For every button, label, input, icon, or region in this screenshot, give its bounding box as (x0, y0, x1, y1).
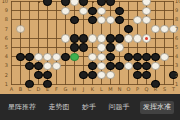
white-stone (160, 53, 168, 61)
board-cell-L3 (97, 61, 106, 70)
board-cell-H5 (70, 43, 79, 52)
white-stone (70, 0, 78, 6)
col-label-Q: Q (142, 87, 151, 92)
row-label-right-8: 8 (175, 17, 180, 22)
col-label-H: H (70, 87, 79, 92)
col-label-F: F (52, 87, 61, 92)
black-stone (79, 0, 87, 6)
board-cell-R4 (151, 52, 160, 61)
board-cell-M8 (106, 15, 115, 24)
board-cell-P2 (133, 71, 142, 80)
black-stone (106, 0, 114, 6)
board-cell-M3 (106, 61, 115, 70)
black-stone (106, 53, 114, 61)
board-cell-J9 (79, 6, 88, 15)
white-stone (115, 43, 123, 51)
white-stone (61, 34, 69, 42)
board-cell-L6 (97, 34, 106, 43)
col-label-J: J (79, 87, 88, 92)
board-cell-C3 (25, 61, 34, 70)
board-cell-L8 (97, 15, 106, 24)
black-stone (115, 7, 123, 15)
board-cell-P4 (133, 52, 142, 61)
white-stone (43, 62, 51, 70)
white-stone (61, 7, 69, 15)
board-cell-K4 (88, 52, 97, 61)
black-stone (79, 71, 87, 79)
white-stone (34, 53, 42, 61)
toolbar-button-5[interactable]: 发挥水准 (140, 101, 174, 114)
black-stone (25, 53, 33, 61)
black-stone (133, 62, 141, 70)
board-cell-L2 (97, 71, 106, 80)
board-cell-C4 (25, 52, 34, 61)
row-label-left-2: 2 (1, 73, 8, 78)
white-stone (97, 53, 105, 61)
black-stone (88, 16, 96, 24)
black-stone (106, 62, 114, 70)
board-cell-G6 (61, 34, 70, 43)
black-stone (106, 43, 114, 51)
board-cell-D2 (34, 71, 43, 80)
col-label-L: L (97, 87, 106, 92)
black-stone (88, 71, 96, 79)
col-label-N: N (115, 87, 124, 92)
white-stone (97, 7, 105, 15)
black-stone (106, 34, 114, 42)
black-stone (70, 34, 78, 42)
toolbar-button-4[interactable]: 问题手 (107, 101, 132, 114)
row-label-left-8: 8 (1, 17, 8, 22)
black-stone (115, 16, 123, 24)
board-cell-M4 (106, 52, 115, 61)
black-stone (79, 43, 87, 51)
black-stone (88, 62, 96, 70)
board-cell-L4 (97, 52, 106, 61)
black-stone (97, 0, 105, 6)
black-stone (61, 53, 69, 61)
white-stone (106, 16, 114, 24)
black-stone (151, 53, 159, 61)
white-stone (16, 25, 24, 33)
board-cell-H10 (70, 0, 79, 6)
white-stone-last-move (142, 34, 150, 42)
white-stone (106, 71, 114, 79)
col-label-G: G (61, 87, 70, 92)
black-stone (88, 7, 96, 15)
black-stone (43, 71, 51, 79)
stone-grid (7, 0, 178, 89)
last-move-red-dot (145, 37, 148, 40)
col-label-P: P (133, 87, 142, 92)
board-cell-J2 (79, 71, 88, 80)
board-cell-M6 (106, 34, 115, 43)
black-stone (115, 34, 123, 42)
board-cell-O4 (124, 52, 133, 61)
black-stone (124, 53, 132, 61)
black-stone (70, 43, 78, 51)
board-cell-B7 (16, 25, 25, 34)
board-cell-E3 (43, 61, 52, 70)
white-stone (97, 62, 105, 70)
board-cell-H8 (70, 15, 79, 24)
row-label-left-10: 10 (1, 0, 8, 4)
col-label-B: B (16, 87, 25, 92)
col-label-K: K (88, 87, 97, 92)
row-label-right-3: 3 (175, 63, 180, 68)
black-stone (16, 53, 24, 61)
board-cell-S7 (160, 25, 169, 34)
board-cell-M2 (106, 71, 115, 80)
col-label-E: E (43, 87, 52, 92)
board-cell-F3 (52, 61, 61, 70)
black-stone (79, 34, 87, 42)
board-cell-N8 (115, 15, 124, 24)
row-label-left-3: 3 (1, 63, 8, 68)
white-stone (88, 34, 96, 42)
white-stone (124, 34, 132, 42)
board-cell-O3 (124, 61, 133, 70)
board-cell-N5 (115, 43, 124, 52)
green-recommended-stone (70, 53, 78, 61)
row-label-left-9: 9 (1, 8, 8, 13)
board-cell-Q3 (142, 61, 151, 70)
board-cell-L5 (97, 43, 106, 52)
black-stone (142, 53, 150, 61)
col-label-R: R (151, 87, 160, 92)
board-cell-R7 (151, 25, 160, 34)
board-cell-E2 (43, 71, 52, 80)
board-cell-S4 (160, 52, 169, 61)
white-stone (97, 71, 105, 79)
board-cell-E10 (43, 0, 52, 6)
black-stone (115, 62, 123, 70)
board-cell-P8 (133, 15, 142, 24)
row-label-left-4: 4 (1, 54, 8, 59)
col-label-A: A (7, 87, 16, 92)
board-cell-O7 (124, 25, 133, 34)
board-cell-J5 (79, 43, 88, 52)
white-stone (133, 16, 141, 24)
row-label-left-5: 5 (1, 45, 8, 50)
col-label-O: O (124, 87, 133, 92)
white-stone (151, 25, 159, 33)
board-cell-K3 (88, 61, 97, 70)
row-label-right-2: 2 (175, 73, 180, 78)
board-cell-K8 (88, 15, 97, 24)
go-app-screen: 10987654321 10987654321 ABCDEFGHJKLMNOPQ… (0, 0, 180, 120)
row-label-right-10: 10 (175, 0, 180, 4)
white-stone (52, 53, 60, 61)
board-cell-K9 (88, 6, 97, 15)
black-stone (34, 71, 42, 79)
white-stone (142, 7, 150, 15)
board-cell-K6 (88, 34, 97, 43)
board-cell-E4 (43, 52, 52, 61)
board-cell-H4 (70, 52, 79, 61)
board-cell-N6 (115, 34, 124, 43)
board-cell-Q9 (142, 6, 151, 15)
row-label-right-9: 9 (175, 8, 180, 13)
white-stone (151, 62, 159, 70)
row-label-right-6: 6 (175, 36, 180, 41)
col-label-D: D (34, 87, 43, 92)
col-label-T: T (169, 87, 178, 92)
board-cell-M10 (106, 0, 115, 6)
white-stone (52, 62, 60, 70)
toolbar-button-1[interactable]: 星阵推荐 (6, 101, 38, 114)
board-cell-Q4 (142, 52, 151, 61)
row-label-right-7: 7 (175, 27, 180, 32)
row-label-right-4: 4 (175, 54, 180, 59)
black-stone (142, 62, 150, 70)
black-stone (61, 0, 69, 6)
board-cell-Q8 (142, 15, 151, 24)
board-cell-O6 (124, 34, 133, 43)
board-cell-M5 (106, 43, 115, 52)
black-stone (124, 25, 132, 33)
row-label-right-5: 5 (175, 45, 180, 50)
black-stone (70, 16, 78, 24)
board-cell-N3 (115, 61, 124, 70)
black-stone (34, 62, 42, 70)
board-cell-R3 (151, 61, 160, 70)
white-stone (79, 7, 87, 15)
toolbar-button-3[interactable]: 妙手 (80, 101, 98, 114)
board-cell-Q6 (142, 34, 151, 43)
white-stone (142, 16, 150, 24)
black-stone (133, 71, 141, 79)
col-label-M: M (106, 87, 115, 92)
board-cell-N9 (115, 6, 124, 15)
board-cell-P3 (133, 61, 142, 70)
board-cell-B4 (16, 52, 25, 61)
board-cell-P6 (133, 34, 142, 43)
board-cell-K2 (88, 71, 97, 80)
black-stone (133, 53, 141, 61)
row-label-left-7: 7 (1, 27, 8, 32)
col-label-C: C (25, 87, 34, 92)
black-stone (43, 0, 51, 6)
board-cell-L9 (97, 6, 106, 15)
toolbar-button-2[interactable]: 走势图 (47, 101, 72, 114)
white-stone (43, 53, 51, 61)
black-stone (142, 71, 150, 79)
white-stone (133, 34, 141, 42)
white-stone (97, 16, 105, 24)
white-stone (97, 43, 105, 51)
col-label-S: S (160, 87, 169, 92)
board-cell-G4 (61, 52, 70, 61)
row-label-left-6: 6 (1, 36, 8, 41)
board-cell-D3 (34, 61, 43, 70)
board-cell-J6 (79, 34, 88, 43)
board-cell-D4 (34, 52, 43, 61)
white-stone (124, 62, 132, 70)
go-board[interactable]: 10987654321 10987654321 ABCDEFGHJKLMNOPQ… (0, 0, 180, 94)
white-stone (142, 0, 150, 6)
white-stone (97, 34, 105, 42)
board-cell-Q2 (142, 71, 151, 80)
board-cell-F4 (52, 52, 61, 61)
board-cell-H6 (70, 34, 79, 43)
white-stone (160, 25, 168, 33)
board-cell-G9 (61, 6, 70, 15)
black-stone (25, 62, 33, 70)
bottom-toolbar: 星阵推荐走势图妙手问题手发挥水准 (0, 94, 180, 120)
white-stone (88, 53, 96, 61)
